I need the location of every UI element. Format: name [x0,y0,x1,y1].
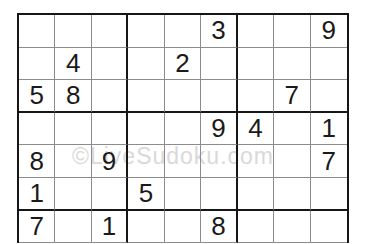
cell-r6c8[interactable] [274,178,310,211]
cell-r6c5[interactable] [165,178,201,211]
cell-r7c5[interactable] [165,211,201,244]
cell-r1c3[interactable] [92,15,128,48]
cell-r2c8[interactable] [274,48,310,81]
cell-r4c1[interactable] [19,113,55,146]
cell-r1c9[interactable]: 9 [311,15,347,48]
cell-r2c6[interactable] [201,48,237,81]
cell-r7c4[interactable] [128,211,164,244]
sudoku-grid: 394258794189715718 [19,15,347,243]
cell-r2c4[interactable] [128,48,164,81]
cell-r5c7[interactable] [238,145,274,178]
cell-r4c6[interactable]: 9 [201,113,237,146]
cell-r2c9[interactable] [311,48,347,81]
cell-r3c9[interactable] [311,80,347,113]
cell-r1c7[interactable] [238,15,274,48]
cell-r6c3[interactable] [92,178,128,211]
cell-r1c5[interactable] [165,15,201,48]
cell-r6c9[interactable] [311,178,347,211]
cell-r3c4[interactable] [128,80,164,113]
cell-r1c8[interactable] [274,15,310,48]
cell-r3c1[interactable]: 5 [19,80,55,113]
cell-r4c9[interactable]: 1 [311,113,347,146]
cell-r5c4[interactable] [128,145,164,178]
cell-r2c2[interactable]: 4 [55,48,91,81]
cell-r2c1[interactable] [19,48,55,81]
sudoku-board: 394258794189715718 [17,13,349,243]
cell-r3c6[interactable] [201,80,237,113]
cell-r4c8[interactable] [274,113,310,146]
cell-r1c4[interactable] [128,15,164,48]
cell-r6c4[interactable]: 5 [128,178,164,211]
cell-r5c2[interactable] [55,145,91,178]
cell-r4c4[interactable] [128,113,164,146]
cell-r5c3[interactable]: 9 [92,145,128,178]
cell-r2c7[interactable] [238,48,274,81]
cell-r7c2[interactable] [55,211,91,244]
cell-r6c2[interactable] [55,178,91,211]
cell-r3c7[interactable] [238,80,274,113]
cell-r7c7[interactable] [238,211,274,244]
cell-r5c6[interactable] [201,145,237,178]
cell-r7c3[interactable]: 1 [92,211,128,244]
cell-r5c9[interactable]: 7 [311,145,347,178]
cell-r4c5[interactable] [165,113,201,146]
cell-r3c2[interactable]: 8 [55,80,91,113]
cell-r4c7[interactable]: 4 [238,113,274,146]
sudoku-screenshot: { "game": "sudoku", "position": ".....3.… [0,0,366,244]
cell-r4c2[interactable] [55,113,91,146]
cell-r7c1[interactable]: 7 [19,211,55,244]
cell-r5c8[interactable] [274,145,310,178]
cell-r7c9[interactable] [311,211,347,244]
cell-r5c1[interactable]: 8 [19,145,55,178]
cell-r6c1[interactable]: 1 [19,178,55,211]
cell-r3c8[interactable]: 7 [274,80,310,113]
cell-r6c6[interactable] [201,178,237,211]
cell-r2c5[interactable]: 2 [165,48,201,81]
cell-r3c3[interactable] [92,80,128,113]
cell-r5c5[interactable] [165,145,201,178]
cell-r1c1[interactable] [19,15,55,48]
cell-r2c3[interactable] [92,48,128,81]
cell-r1c2[interactable] [55,15,91,48]
cell-r3c5[interactable] [165,80,201,113]
cell-r7c6[interactable]: 8 [201,211,237,244]
cell-r4c3[interactable] [92,113,128,146]
cell-r7c8[interactable] [274,211,310,244]
cell-r6c7[interactable] [238,178,274,211]
cell-r1c6[interactable]: 3 [201,15,237,48]
